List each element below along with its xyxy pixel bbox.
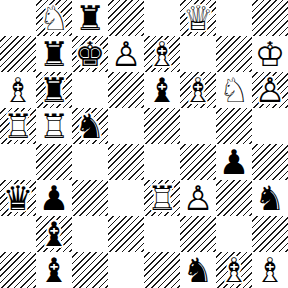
piece-white-knight[interactable]: ♘ bbox=[216, 72, 252, 108]
piece-black-rook[interactable]: ♜ bbox=[36, 36, 72, 72]
piece-white-pawn-fill: ♟ bbox=[252, 72, 288, 108]
square-d7[interactable]: ♟♙ bbox=[108, 36, 144, 72]
piece-white-rook[interactable]: ♖ bbox=[0, 108, 36, 144]
piece-white-knight-fill: ♞ bbox=[36, 0, 72, 36]
square-c8[interactable]: ♜ bbox=[72, 0, 108, 36]
square-f5[interactable] bbox=[180, 108, 216, 144]
square-h1[interactable]: ♝♗ bbox=[252, 252, 288, 288]
square-g4[interactable]: ♟ bbox=[216, 144, 252, 180]
square-a3[interactable]: ♛ bbox=[0, 180, 36, 216]
square-c3[interactable] bbox=[72, 180, 108, 216]
piece-white-rook-fill: ♜ bbox=[0, 108, 36, 144]
piece-white-pawn[interactable]: ♙ bbox=[252, 72, 288, 108]
square-a7[interactable] bbox=[0, 36, 36, 72]
piece-white-bishop-fill: ♝ bbox=[144, 36, 180, 72]
piece-white-rook-fill: ♜ bbox=[144, 180, 180, 216]
piece-white-rook[interactable]: ♖ bbox=[36, 108, 72, 144]
piece-white-bishop[interactable]: ♗ bbox=[252, 252, 288, 288]
square-d2[interactable] bbox=[108, 216, 144, 252]
square-c2[interactable] bbox=[72, 216, 108, 252]
piece-black-knight[interactable]: ♞ bbox=[180, 252, 216, 288]
square-g8[interactable] bbox=[216, 0, 252, 36]
square-b6[interactable]: ♜ bbox=[36, 72, 72, 108]
piece-white-pawn-fill: ♟ bbox=[180, 180, 216, 216]
square-c7[interactable]: ♚ bbox=[72, 36, 108, 72]
square-a6[interactable]: ♝♗ bbox=[0, 72, 36, 108]
square-c1[interactable] bbox=[72, 252, 108, 288]
square-h4[interactable] bbox=[252, 144, 288, 180]
piece-white-knight[interactable]: ♘ bbox=[36, 0, 72, 36]
square-a8[interactable] bbox=[0, 0, 36, 36]
square-f4[interactable] bbox=[180, 144, 216, 180]
piece-white-pawn[interactable]: ♙ bbox=[180, 180, 216, 216]
piece-black-rook[interactable]: ♜ bbox=[72, 0, 108, 36]
square-f7[interactable] bbox=[180, 36, 216, 72]
piece-black-pawn[interactable]: ♟ bbox=[36, 180, 72, 216]
square-a1[interactable] bbox=[0, 252, 36, 288]
square-d3[interactable] bbox=[108, 180, 144, 216]
piece-black-knight[interactable]: ♞ bbox=[72, 108, 108, 144]
square-f3[interactable]: ♟♙ bbox=[180, 180, 216, 216]
square-h2[interactable] bbox=[252, 216, 288, 252]
square-g5[interactable] bbox=[216, 108, 252, 144]
square-c4[interactable] bbox=[72, 144, 108, 180]
piece-black-king[interactable]: ♚ bbox=[72, 36, 108, 72]
square-h6[interactable]: ♟♙ bbox=[252, 72, 288, 108]
square-h8[interactable] bbox=[252, 0, 288, 36]
square-a4[interactable] bbox=[0, 144, 36, 180]
piece-white-bishop-fill: ♝ bbox=[216, 252, 252, 288]
square-b2[interactable]: ♝ bbox=[36, 216, 72, 252]
piece-white-bishop-fill: ♝ bbox=[180, 72, 216, 108]
chess-board: ♞♘♜♛♕♜♚♟♙♝♗♚♔♝♗♜♝♝♗♞♘♟♙♜♖♜♖♞♟♛♟♜♖♟♙♞♝♝♞♝… bbox=[0, 0, 288, 288]
square-h7[interactable]: ♚♔ bbox=[252, 36, 288, 72]
piece-white-rook-fill: ♜ bbox=[36, 108, 72, 144]
piece-white-bishop-fill: ♝ bbox=[252, 252, 288, 288]
square-e6[interactable]: ♝ bbox=[144, 72, 180, 108]
piece-white-bishop[interactable]: ♗ bbox=[0, 72, 36, 108]
square-g2[interactable] bbox=[216, 216, 252, 252]
square-g1[interactable]: ♝♗ bbox=[216, 252, 252, 288]
square-g7[interactable] bbox=[216, 36, 252, 72]
square-b1[interactable]: ♝ bbox=[36, 252, 72, 288]
square-d6[interactable] bbox=[108, 72, 144, 108]
piece-black-rook[interactable]: ♜ bbox=[36, 72, 72, 108]
square-e5[interactable] bbox=[144, 108, 180, 144]
piece-white-bishop[interactable]: ♗ bbox=[180, 72, 216, 108]
piece-white-king-fill: ♚ bbox=[252, 36, 288, 72]
piece-white-pawn[interactable]: ♙ bbox=[108, 36, 144, 72]
square-b4[interactable] bbox=[36, 144, 72, 180]
piece-black-bishop[interactable]: ♝ bbox=[36, 252, 72, 288]
square-f2[interactable] bbox=[180, 216, 216, 252]
square-f1[interactable]: ♞ bbox=[180, 252, 216, 288]
piece-white-rook[interactable]: ♖ bbox=[144, 180, 180, 216]
piece-black-queen[interactable]: ♛ bbox=[0, 180, 36, 216]
piece-white-queen[interactable]: ♕ bbox=[180, 0, 216, 36]
square-c6[interactable] bbox=[72, 72, 108, 108]
square-d5[interactable] bbox=[108, 108, 144, 144]
piece-black-pawn[interactable]: ♟ bbox=[216, 144, 252, 180]
piece-black-bishop[interactable]: ♝ bbox=[36, 216, 72, 252]
square-d8[interactable] bbox=[108, 0, 144, 36]
square-b8[interactable]: ♞♘ bbox=[36, 0, 72, 36]
square-h3[interactable]: ♞ bbox=[252, 180, 288, 216]
piece-black-knight[interactable]: ♞ bbox=[252, 180, 288, 216]
piece-white-pawn-fill: ♟ bbox=[108, 36, 144, 72]
piece-white-king[interactable]: ♔ bbox=[252, 36, 288, 72]
piece-white-bishop[interactable]: ♗ bbox=[216, 252, 252, 288]
square-h5[interactable] bbox=[252, 108, 288, 144]
square-e4[interactable] bbox=[144, 144, 180, 180]
square-e3[interactable]: ♜♖ bbox=[144, 180, 180, 216]
square-e1[interactable] bbox=[144, 252, 180, 288]
piece-white-queen-fill: ♛ bbox=[180, 0, 216, 36]
square-c5[interactable]: ♞ bbox=[72, 108, 108, 144]
square-d4[interactable] bbox=[108, 144, 144, 180]
piece-white-bishop-fill: ♝ bbox=[0, 72, 36, 108]
square-f6[interactable]: ♝♗ bbox=[180, 72, 216, 108]
square-g3[interactable] bbox=[216, 180, 252, 216]
square-a5[interactable]: ♜♖ bbox=[0, 108, 36, 144]
piece-white-knight-fill: ♞ bbox=[216, 72, 252, 108]
square-f8[interactable]: ♛♕ bbox=[180, 0, 216, 36]
square-e7[interactable]: ♝♗ bbox=[144, 36, 180, 72]
square-b5[interactable]: ♜♖ bbox=[36, 108, 72, 144]
piece-white-bishop[interactable]: ♗ bbox=[144, 36, 180, 72]
square-b3[interactable]: ♟ bbox=[36, 180, 72, 216]
square-e2[interactable] bbox=[144, 216, 180, 252]
square-e8[interactable] bbox=[144, 0, 180, 36]
square-b7[interactable]: ♜ bbox=[36, 36, 72, 72]
square-d1[interactable] bbox=[108, 252, 144, 288]
piece-black-bishop[interactable]: ♝ bbox=[144, 72, 180, 108]
square-a2[interactable] bbox=[0, 216, 36, 252]
square-g6[interactable]: ♞♘ bbox=[216, 72, 252, 108]
